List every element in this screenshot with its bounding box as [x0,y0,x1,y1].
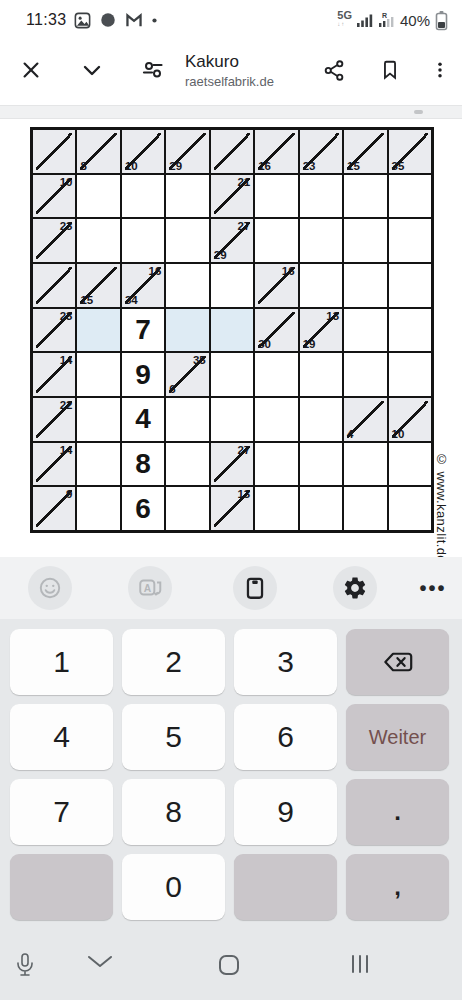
grid-cell-r5c9[interactable] [389,309,431,352]
clipboard-button[interactable] [233,566,277,610]
grid-cell-r6c8[interactable] [344,353,386,396]
microphone-icon [13,952,37,980]
down-clue: 10 [125,160,138,172]
grid-cell-r1c9: 35 [389,130,431,173]
grid-cell-r2c8[interactable] [344,175,386,218]
down-clue: 16 [258,160,271,172]
grid-cell-r7c3[interactable]: 4 [122,398,164,441]
down-clue: 29 [169,160,182,172]
grid-cell-r8c6[interactable] [255,443,297,486]
key-9[interactable]: 9 [234,779,337,845]
grid-cell-r5c5[interactable] [211,309,253,352]
down-clue: 29 [214,249,227,261]
across-clue: 13 [237,488,250,500]
down-clue: 34 [125,294,138,306]
grid-cell-r3c5: 2729 [211,219,253,262]
grid-cell-r4c2: 15 [77,264,119,307]
across-clue: 21 [237,176,250,188]
settings-gear-icon [342,575,368,601]
kakuro-grid[interactable]: 8102916231535102123272915163416237301319… [30,127,434,533]
grid-cell-r4c7[interactable] [300,264,342,307]
grid-cell-r6c2[interactable] [77,353,119,396]
key-blank-right[interactable] [234,854,337,920]
recent-apps-button[interactable] [346,952,374,976]
grid-cell-r9c2[interactable] [77,487,119,530]
grid-cell-r7c2[interactable] [77,398,119,441]
down-clue: 8 [80,160,86,172]
share-icon [323,59,346,82]
across-clue: 16 [149,265,162,277]
grid-cell-r3c1: 23 [33,219,75,262]
across-clue: 9 [66,488,72,500]
emoji-icon [37,575,63,601]
grid-cell-r6c7[interactable] [300,353,342,396]
grid-cell-r4c5[interactable] [211,264,253,307]
grid-cell-r2c9[interactable] [389,175,431,218]
across-clue: 23 [60,220,73,232]
across-clue: 14 [60,444,73,456]
grid-cell-r2c1: 10 [33,175,75,218]
across-clue: 22 [60,399,73,411]
tune-button[interactable] [122,58,183,82]
grid-cell-r9c4[interactable] [166,487,208,530]
down-clue: 15 [347,160,360,172]
grid-cell-r2c4[interactable] [166,175,208,218]
signal-bars-icon [357,13,373,28]
cell-value: 8 [135,448,151,480]
across-clue: 10 [60,176,73,188]
grid-cell-r6c1: 14 [33,353,75,396]
grid-cell-r3c6[interactable] [255,219,297,262]
key-7[interactable]: 7 [10,779,113,845]
down-clue: 4 [347,428,353,440]
page-title-block: Kakuro raetselfabrik.de [185,52,306,89]
key-6[interactable]: 6 [234,704,337,770]
grid-cell-r6c4: 356 [166,353,208,396]
grid-cell-r8c9[interactable] [389,443,431,486]
circle-app-icon [99,11,117,29]
keyboard: A ••• 123456Weiter789.0, [0,557,462,1000]
key-period[interactable]: . [346,779,449,845]
grid-cell-r5c1: 23 [33,309,75,352]
grid-cell-r3c7[interactable] [300,219,342,262]
close-icon [20,59,42,81]
grid-cell-r8c4[interactable] [166,443,208,486]
emoji-button[interactable] [28,566,72,610]
grid-cell-r6c6[interactable] [255,353,297,396]
scroll-indicator [414,110,423,114]
key-blank-left[interactable] [10,854,113,920]
grid-cell-r7c9: 10 [389,398,431,441]
grid-cell-r9c3[interactable]: 6 [122,487,164,530]
page-header-strip [0,105,462,119]
grid-cell-r2c7[interactable] [300,175,342,218]
battery-percent-label: 40% [400,12,430,29]
chevron-down-icon [80,58,104,82]
grid-cell-r1c1 [33,130,75,173]
grid-cell-r3c9[interactable] [389,219,431,262]
svg-text:A: A [144,583,152,594]
voice-input-button[interactable] [13,952,37,980]
down-clue: 15 [80,294,93,306]
home-button[interactable] [216,952,242,978]
grid-cell-r5c6: 30 [255,309,297,352]
gallery-icon [73,11,92,30]
across-clue: 35 [193,354,206,366]
gmail-icon [124,11,144,29]
grid-cell-r4c1 [33,264,75,307]
bookmark-icon [379,59,401,81]
tune-icon [141,58,165,82]
page-title: Kakuro [185,52,306,72]
grid-cell-r8c1: 14 [33,443,75,486]
keyboard-toolbar: A ••• [0,557,462,619]
page-url: raetselfabrik.de [185,74,306,89]
down-clue: 10 [392,428,405,440]
grid-cell-r2c2[interactable] [77,175,119,218]
grid-cell-r4c4[interactable] [166,264,208,307]
grid-cell-r4c3: 1634 [122,264,164,307]
grid-cell-r1c8: 15 [344,130,386,173]
grid-cell-r7c7[interactable] [300,398,342,441]
grid-cell-r8c2[interactable] [77,443,119,486]
grid-cell-r4c9[interactable] [389,264,431,307]
key-8[interactable]: 8 [122,779,225,845]
grid-cell-r6c5[interactable] [211,353,253,396]
key-2[interactable]: 2 [122,629,225,695]
translate-icon: A [137,575,163,601]
share-button[interactable] [306,59,362,82]
grid-cell-r7c1: 22 [33,398,75,441]
battery-icon [435,10,448,31]
key-1[interactable]: 1 [10,629,113,695]
grid-cell-r9c9[interactable] [389,487,431,530]
down-clue: 30 [258,338,271,350]
kebab-menu-icon [430,59,450,81]
grid-cell-r7c5[interactable] [211,398,253,441]
grid-cell-r3c2[interactable] [77,219,119,262]
across-clue: 14 [60,354,73,366]
hide-keyboard-button[interactable] [85,952,115,970]
grid-cell-r9c6[interactable] [255,487,297,530]
more-options-button[interactable]: ••• [413,566,453,610]
clock: 11:33 [26,11,66,29]
grid-cell-r3c4[interactable] [166,219,208,262]
key-comma[interactable]: , [346,854,449,920]
grid-cell-r8c5: 27 [211,443,253,486]
phone-screen: 11:33 5G↓↑ R 40% Kakuro raetselfabrik.de [0,0,462,1000]
bookmark-button[interactable] [362,59,418,81]
keyboard-settings-button[interactable] [333,566,377,610]
key-weiter[interactable]: Weiter [346,704,449,770]
hide-keyboard-chevron-icon [85,952,115,970]
key-5[interactable]: 5 [122,704,225,770]
grid-cell-r7c6[interactable] [255,398,297,441]
keypad: 123456Weiter789.0, [0,619,462,920]
grid-cell-r1c5 [211,130,253,173]
grid-cell-r5c3[interactable]: 7 [122,309,164,352]
grid-cell-r9c8[interactable] [344,487,386,530]
clipboard-icon [242,575,268,601]
grid-cell-r6c3[interactable]: 9 [122,353,164,396]
backspace-icon [382,651,414,673]
key-4[interactable]: 4 [10,704,113,770]
across-clue: 23 [60,310,73,322]
grid-cell-r2c5: 21 [211,175,253,218]
key-backspace[interactable] [346,629,449,695]
grid-cell-r2c3[interactable] [122,175,164,218]
translate-button[interactable]: A [128,566,172,610]
grid-cell-r5c7: 1319 [300,309,342,352]
grid-cell-r6c9[interactable] [389,353,431,396]
collapse-button[interactable] [61,58,122,82]
cell-value: 4 [135,403,151,435]
browser-toolbar: Kakuro raetselfabrik.de [0,40,462,100]
key-3[interactable]: 3 [234,629,337,695]
roaming-signal-icon: R [378,12,395,28]
across-clue: 13 [326,310,339,322]
webpage-content: 8102916231535102123272915163416237301319… [0,100,462,557]
grid-cell-r9c5: 13 [211,487,253,530]
status-bar: 11:33 5G↓↑ R 40% [0,0,462,40]
grid-cell-r3c8[interactable] [344,219,386,262]
grid-cell-r2c6[interactable] [255,175,297,218]
grid-cell-r1c4: 29 [166,130,208,173]
down-clue: 23 [303,160,316,172]
grid-cell-r3c3[interactable] [122,219,164,262]
key-0[interactable]: 0 [122,854,225,920]
menu-button[interactable] [418,59,462,81]
cell-value: 7 [135,314,151,346]
cell-value: 9 [135,359,151,391]
grid-cell-r8c7[interactable] [300,443,342,486]
across-clue: 27 [237,220,250,232]
grid-cell-r1c2: 8 [77,130,119,173]
grid-cell-r9c7[interactable] [300,487,342,530]
grid-cell-r8c3[interactable]: 8 [122,443,164,486]
across-clue: 16 [282,265,295,277]
network-type-label: 5G↓↑ [337,11,352,29]
grid-cell-r4c6: 16 [255,264,297,307]
grid-cell-r4c8[interactable] [344,264,386,307]
grid-cell-r7c8: 4 [344,398,386,441]
close-button[interactable] [0,59,61,81]
across-clue: 27 [237,444,250,456]
more-options-icon: ••• [419,577,446,600]
grid-cell-r1c6: 16 [255,130,297,173]
down-clue: 6 [169,383,175,395]
grid-cell-r5c8[interactable] [344,309,386,352]
navigation-bar [0,940,462,1000]
grid-cell-r5c4[interactable] [166,309,208,352]
cell-value: 6 [135,493,151,525]
down-clue: 19 [303,338,316,350]
notification-dot [151,17,158,24]
grid-cell-r8c8[interactable] [344,443,386,486]
grid-cell-r1c7: 23 [300,130,342,173]
recent-apps-icon [346,952,374,976]
grid-cell-r7c4[interactable] [166,398,208,441]
grid-cell-r1c3: 10 [122,130,164,173]
svg-text:R: R [382,12,387,19]
grid-cell-r9c1: 9 [33,487,75,530]
home-button-icon [216,952,242,978]
grid-cell-r5c2[interactable] [77,309,119,352]
down-clue: 35 [392,160,405,172]
